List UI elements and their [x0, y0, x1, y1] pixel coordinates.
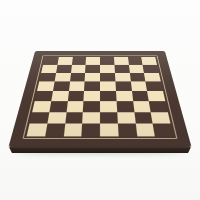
- square-r4c2: [53, 82, 70, 91]
- square-r7c6: [117, 112, 135, 124]
- square-r1c4: [86, 57, 100, 65]
- square-r8c2: [45, 124, 65, 137]
- square-r7c8: [151, 112, 171, 124]
- square-r7c7: [134, 112, 153, 124]
- square-r5c7: [132, 91, 149, 101]
- square-r2c2: [56, 65, 72, 73]
- square-r7c5: [100, 112, 118, 124]
- board-grid: [27, 57, 174, 137]
- square-r5c1: [35, 91, 53, 101]
- square-r5c5: [100, 91, 116, 101]
- square-r7c4: [82, 112, 100, 124]
- square-r3c1: [39, 73, 56, 82]
- board-side-edge: [9, 147, 191, 153]
- square-r8c3: [63, 124, 82, 137]
- square-r2c7: [128, 65, 144, 73]
- square-r8c1: [27, 124, 48, 137]
- square-r5c6: [116, 91, 133, 101]
- square-r3c6: [115, 73, 131, 82]
- square-r6c5: [100, 101, 117, 112]
- square-r1c8: [141, 57, 157, 65]
- square-r8c6: [118, 124, 137, 137]
- square-r3c3: [70, 73, 86, 82]
- square-r5c8: [147, 91, 165, 101]
- chessboard: [8, 51, 191, 148]
- square-r6c6: [116, 101, 134, 112]
- square-r4c4: [84, 82, 100, 91]
- square-r5c2: [51, 91, 68, 101]
- square-r1c7: [128, 57, 143, 65]
- square-r2c1: [41, 65, 57, 73]
- square-r3c7: [129, 73, 145, 82]
- square-r3c5: [100, 73, 115, 82]
- square-r3c4: [85, 73, 100, 82]
- square-r7c3: [65, 112, 83, 124]
- square-r4c1: [37, 82, 54, 91]
- square-r7c1: [29, 112, 49, 124]
- square-r6c1: [32, 101, 51, 112]
- square-r3c8: [144, 73, 161, 82]
- square-r8c8: [153, 124, 174, 137]
- square-r2c4: [85, 65, 100, 73]
- square-r2c6: [114, 65, 129, 73]
- square-r8c5: [100, 124, 118, 137]
- square-r4c6: [115, 82, 131, 91]
- square-r1c3: [72, 57, 87, 65]
- square-r4c3: [69, 82, 85, 91]
- square-r3c2: [54, 73, 70, 82]
- square-r6c8: [149, 101, 168, 112]
- square-r6c4: [83, 101, 100, 112]
- square-r6c2: [49, 101, 67, 112]
- square-r2c3: [71, 65, 86, 73]
- square-r8c7: [135, 124, 155, 137]
- square-r6c7: [133, 101, 151, 112]
- square-r6c3: [66, 101, 84, 112]
- square-r7c2: [47, 112, 66, 124]
- square-r2c5: [100, 65, 115, 73]
- square-r5c3: [67, 91, 84, 101]
- square-r8c4: [82, 124, 100, 137]
- square-r4c8: [146, 82, 163, 91]
- square-r1c6: [114, 57, 129, 65]
- square-r1c5: [100, 57, 114, 65]
- product-photo-scene: [0, 0, 200, 200]
- square-r1c2: [57, 57, 72, 65]
- square-r4c5: [100, 82, 116, 91]
- square-r4c7: [130, 82, 147, 91]
- square-r1c1: [43, 57, 59, 65]
- square-r5c4: [84, 91, 100, 101]
- square-r2c8: [143, 65, 159, 73]
